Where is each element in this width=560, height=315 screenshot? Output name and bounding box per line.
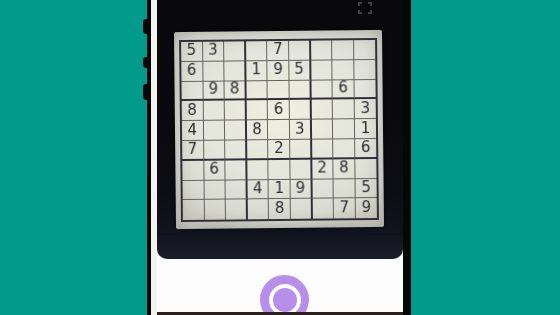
sudoku-cell-r4c1: 8 <box>182 101 204 121</box>
sudoku-cell-r9c1 <box>183 200 205 220</box>
sudoku-cell-r3c6 <box>289 80 311 100</box>
sudoku-cell-r8c4: 4 <box>247 180 269 200</box>
sudoku-cell-r6c6 <box>290 140 312 160</box>
sudoku-cell-r2c3 <box>224 61 246 81</box>
sudoku-cell-r1c4 <box>246 41 268 61</box>
camera-viewfinder: 537619598686348317266284195879 <box>157 0 403 259</box>
shutter-ring-icon <box>269 284 301 315</box>
sudoku-cell-r4c5: 6 <box>268 100 290 120</box>
sudoku-cell-r8c3 <box>226 180 248 200</box>
sudoku-cell-r4c3 <box>225 101 247 121</box>
sudoku-cell-r6c4 <box>247 140 269 160</box>
sudoku-cell-r5c6: 3 <box>290 120 312 140</box>
sudoku-cell-r4c4 <box>246 101 268 121</box>
sudoku-cell-r8c1 <box>183 180 205 200</box>
sudoku-cell-r4c2 <box>203 101 225 121</box>
sudoku-cell-r5c7 <box>311 120 333 140</box>
sudoku-cell-r5c1: 4 <box>182 121 204 141</box>
sudoku-cell-r2c6: 5 <box>289 60 311 80</box>
sudoku-cell-r7c2: 6 <box>204 160 226 180</box>
sudoku-cell-r6c8 <box>333 139 355 159</box>
sudoku-cell-r4c8 <box>333 100 355 120</box>
sudoku-cell-r3c5 <box>268 80 290 100</box>
sudoku-cell-r7c3 <box>226 160 248 180</box>
sudoku-cell-r3c7 <box>311 80 333 100</box>
sudoku-cell-r8c2 <box>204 180 226 200</box>
sudoku-cell-r7c1 <box>182 161 204 181</box>
sudoku-cell-r7c7: 2 <box>312 159 334 179</box>
sudoku-cell-r1c3 <box>224 41 246 61</box>
sudoku-cell-r2c5: 9 <box>268 61 290 81</box>
phone-frame: 537619598686348317266284195879 <box>147 0 411 315</box>
sudoku-cell-r9c8: 7 <box>334 199 356 219</box>
sudoku-cell-r9c7 <box>312 199 334 219</box>
sudoku-cell-r5c2 <box>204 121 226 141</box>
sudoku-cell-r5c8 <box>333 119 355 139</box>
phone-screen: 537619598686348317266284195879 <box>157 0 403 315</box>
viewfinder-seam <box>157 233 403 235</box>
sudoku-cell-r5c3 <box>225 121 247 141</box>
sudoku-cell-r5c4: 8 <box>247 120 269 140</box>
sudoku-cell-r1c8 <box>332 40 354 60</box>
sudoku-cell-r8c9: 5 <box>355 179 377 199</box>
sudoku-cell-r4c9: 3 <box>354 99 376 119</box>
sudoku-cell-r1c1: 5 <box>181 42 203 62</box>
sudoku-cell-r9c6 <box>291 199 313 219</box>
sudoku-cell-r9c9: 9 <box>355 198 377 218</box>
sudoku-cell-r5c9: 1 <box>355 119 377 139</box>
sudoku-cell-r2c4: 1 <box>246 61 268 81</box>
shutter-button[interactable] <box>260 275 309 315</box>
camera-controls-bar <box>157 259 403 315</box>
sudoku-cell-r9c4 <box>248 199 270 219</box>
sudoku-cell-r2c7 <box>311 60 333 80</box>
sudoku-cell-r3c3: 8 <box>225 81 247 101</box>
sudoku-cell-r3c9 <box>354 80 376 100</box>
sudoku-cell-r1c6 <box>289 41 311 61</box>
fullscreen-icon[interactable] <box>358 2 372 14</box>
sudoku-cell-r3c1 <box>181 81 203 101</box>
sudoku-cell-r9c3 <box>226 200 248 220</box>
sudoku-cell-r8c6: 9 <box>290 179 312 199</box>
sudoku-cell-r4c7 <box>311 100 333 120</box>
sudoku-cell-r1c2: 3 <box>203 42 225 62</box>
sudoku-cell-r6c7 <box>312 139 334 159</box>
sudoku-cell-r6c1: 7 <box>182 141 204 161</box>
sudoku-cell-r3c8: 6 <box>333 80 355 100</box>
sudoku-cell-r7c8: 8 <box>333 159 355 179</box>
sudoku-cell-r2c1: 6 <box>181 62 203 82</box>
sudoku-cell-r2c9 <box>354 60 376 80</box>
sudoku-cell-r7c5 <box>269 160 291 180</box>
sudoku-cell-r6c2 <box>204 141 226 161</box>
sudoku-cell-r7c6 <box>290 159 312 179</box>
sudoku-cell-r2c8 <box>332 60 354 80</box>
sudoku-grid: 537619598686348317266284195879 <box>179 38 379 222</box>
sudoku-cell-r1c7 <box>311 40 333 60</box>
sudoku-cell-r3c4 <box>246 81 268 101</box>
sudoku-cell-r3c2: 9 <box>203 81 225 101</box>
sudoku-cell-r4c6 <box>290 100 312 120</box>
sudoku-cell-r2c2 <box>203 61 225 81</box>
sudoku-cell-r5c5 <box>268 120 290 140</box>
sudoku-cell-r8c7 <box>312 179 334 199</box>
sudoku-cell-r8c8 <box>334 179 356 199</box>
sudoku-cell-r9c2 <box>204 200 226 220</box>
sudoku-paper: 537619598686348317266284195879 <box>174 30 384 229</box>
sudoku-cell-r7c9 <box>355 159 377 179</box>
sudoku-cell-r6c3 <box>225 140 247 160</box>
sudoku-cell-r1c9 <box>354 40 376 60</box>
sudoku-cell-r8c5: 1 <box>269 179 291 199</box>
sudoku-cell-r9c5: 8 <box>269 199 291 219</box>
sudoku-cell-r7c4 <box>247 160 269 180</box>
sudoku-cell-r6c5: 2 <box>268 140 290 160</box>
screenshot-root: 537619598686348317266284195879 <box>0 0 560 315</box>
sudoku-cell-r1c5: 7 <box>267 41 289 61</box>
sudoku-cell-r6c9: 6 <box>355 139 377 159</box>
